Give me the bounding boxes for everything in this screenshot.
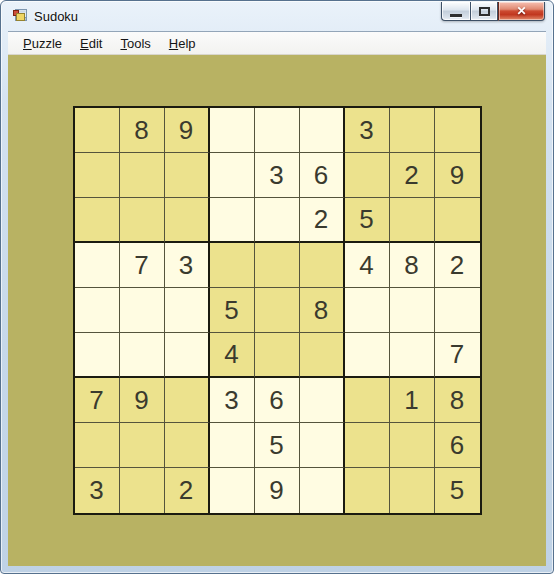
sudoku-cell-r9c1[interactable]: 3 (75, 468, 120, 513)
sudoku-cell-r9c9[interactable]: 5 (435, 468, 480, 513)
sudoku-board: 893362925734825847793618563295 (73, 106, 482, 515)
sudoku-cell-r6c6[interactable] (300, 333, 345, 378)
sudoku-cell-r7c6[interactable] (300, 378, 345, 423)
sudoku-cell-r8c2[interactable] (120, 423, 165, 468)
sudoku-cell-r8c7[interactable] (345, 423, 390, 468)
sudoku-cell-r7c1[interactable]: 7 (75, 378, 120, 423)
minimize-button[interactable] (441, 2, 470, 21)
sudoku-cell-r6c4[interactable]: 4 (210, 333, 255, 378)
sudoku-cell-r8c8[interactable] (390, 423, 435, 468)
sudoku-cell-r7c4[interactable]: 3 (210, 378, 255, 423)
sudoku-cell-r9c3[interactable]: 2 (165, 468, 210, 513)
sudoku-cell-r7c7[interactable] (345, 378, 390, 423)
sudoku-cell-r7c8[interactable]: 1 (390, 378, 435, 423)
sudoku-cell-r5c9[interactable] (435, 288, 480, 333)
sudoku-cell-r3c9[interactable] (435, 198, 480, 243)
sudoku-cell-r1c1[interactable] (75, 108, 120, 153)
sudoku-cell-r8c5[interactable]: 5 (255, 423, 300, 468)
sudoku-cell-r7c3[interactable] (165, 378, 210, 423)
sudoku-cell-r5c4[interactable]: 5 (210, 288, 255, 333)
sudoku-cell-r3c6[interactable]: 2 (300, 198, 345, 243)
sudoku-cell-r2c1[interactable] (75, 153, 120, 198)
sudoku-cell-r9c8[interactable] (390, 468, 435, 513)
sudoku-cell-r4c3[interactable]: 3 (165, 243, 210, 288)
sudoku-cell-r4c4[interactable] (210, 243, 255, 288)
sudoku-cell-r4c1[interactable] (75, 243, 120, 288)
sudoku-cell-r2c3[interactable] (165, 153, 210, 198)
sudoku-cell-r6c8[interactable] (390, 333, 435, 378)
sudoku-cell-r5c7[interactable] (345, 288, 390, 333)
sudoku-cell-r5c2[interactable] (120, 288, 165, 333)
sudoku-cell-r8c9[interactable]: 6 (435, 423, 480, 468)
sudoku-cell-r1c6[interactable] (300, 108, 345, 153)
sudoku-cell-r7c2[interactable]: 9 (120, 378, 165, 423)
sudoku-cell-r5c3[interactable] (165, 288, 210, 333)
sudoku-cell-r9c7[interactable] (345, 468, 390, 513)
sudoku-cell-r7c5[interactable]: 6 (255, 378, 300, 423)
sudoku-cell-r8c3[interactable] (165, 423, 210, 468)
sudoku-cell-r6c9[interactable]: 7 (435, 333, 480, 378)
sudoku-cell-r8c6[interactable] (300, 423, 345, 468)
sudoku-cell-r1c2[interactable]: 8 (120, 108, 165, 153)
sudoku-cell-r2c8[interactable]: 2 (390, 153, 435, 198)
close-icon: ✕ (516, 5, 526, 17)
sudoku-cell-r1c8[interactable] (390, 108, 435, 153)
sudoku-cell-r5c6[interactable]: 8 (300, 288, 345, 333)
sudoku-cell-r7c9[interactable]: 8 (435, 378, 480, 423)
sudoku-cell-r3c2[interactable] (120, 198, 165, 243)
sudoku-cell-r1c7[interactable]: 3 (345, 108, 390, 153)
sudoku-cell-r9c5[interactable]: 9 (255, 468, 300, 513)
sudoku-cell-r3c8[interactable] (390, 198, 435, 243)
sudoku-cell-r4c8[interactable]: 8 (390, 243, 435, 288)
sudoku-cell-r9c6[interactable] (300, 468, 345, 513)
sudoku-cell-r2c7[interactable] (345, 153, 390, 198)
sudoku-cell-r1c3[interactable]: 9 (165, 108, 210, 153)
sudoku-cell-r3c3[interactable] (165, 198, 210, 243)
sudoku-cell-r5c5[interactable] (255, 288, 300, 333)
sudoku-cell-r6c7[interactable] (345, 333, 390, 378)
sudoku-cell-r6c1[interactable] (75, 333, 120, 378)
sudoku-cell-r2c4[interactable] (210, 153, 255, 198)
client-area: 893362925734825847793618563295 (8, 55, 546, 566)
sudoku-cell-r6c3[interactable] (165, 333, 210, 378)
sudoku-cell-r6c5[interactable] (255, 333, 300, 378)
window-title: Sudoku (34, 9, 78, 24)
sudoku-cell-r1c4[interactable] (210, 108, 255, 153)
close-button[interactable]: ✕ (498, 2, 545, 21)
menu-item-tools[interactable]: Tools (111, 33, 159, 54)
sudoku-cell-r4c7[interactable]: 4 (345, 243, 390, 288)
sudoku-cell-r9c4[interactable] (210, 468, 255, 513)
sudoku-cell-r3c4[interactable] (210, 198, 255, 243)
sudoku-cell-r4c9[interactable]: 2 (435, 243, 480, 288)
sudoku-cell-r5c1[interactable] (75, 288, 120, 333)
sudoku-cell-r4c2[interactable]: 7 (120, 243, 165, 288)
menu-item-puzzle[interactable]: Puzzle (14, 33, 71, 54)
sudoku-cell-r3c7[interactable]: 5 (345, 198, 390, 243)
sudoku-cell-r2c2[interactable] (120, 153, 165, 198)
minimize-icon (450, 14, 462, 17)
sudoku-cell-r1c9[interactable] (435, 108, 480, 153)
sudoku-cell-r8c1[interactable] (75, 423, 120, 468)
app-window: Sudoku ✕ PuzzleEditToolsHelp 89336292573… (0, 0, 554, 574)
sudoku-cell-r3c1[interactable] (75, 198, 120, 243)
sudoku-cell-r2c6[interactable]: 6 (300, 153, 345, 198)
menu-bar: PuzzleEditToolsHelp (8, 31, 546, 55)
sudoku-cell-r3c5[interactable] (255, 198, 300, 243)
maximize-icon (479, 7, 490, 16)
sudoku-cell-r2c5[interactable]: 3 (255, 153, 300, 198)
sudoku-cell-r2c9[interactable]: 9 (435, 153, 480, 198)
sudoku-cell-r4c5[interactable] (255, 243, 300, 288)
winforms-app-icon (12, 8, 28, 24)
sudoku-cell-r1c5[interactable] (255, 108, 300, 153)
sudoku-cell-r5c8[interactable] (390, 288, 435, 333)
menu-item-help[interactable]: Help (160, 33, 205, 54)
caption-buttons: ✕ (441, 2, 545, 21)
sudoku-cell-r6c2[interactable] (120, 333, 165, 378)
sudoku-cell-r9c2[interactable] (120, 468, 165, 513)
sudoku-cell-r4c6[interactable] (300, 243, 345, 288)
sudoku-cell-r8c4[interactable] (210, 423, 255, 468)
maximize-button[interactable] (470, 2, 498, 21)
menu-item-edit[interactable]: Edit (71, 33, 111, 54)
